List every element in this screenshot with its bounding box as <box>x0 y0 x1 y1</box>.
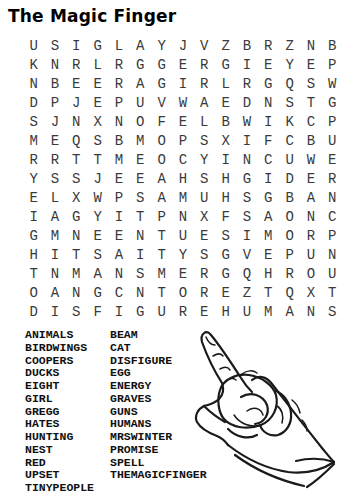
grid-cell[interactable]: W <box>236 112 257 131</box>
grid-cell[interactable]: S <box>194 169 215 188</box>
grid-cell[interactable]: F <box>258 131 279 150</box>
lower-sweep-line <box>235 455 304 486</box>
wrist-crease-line <box>296 459 334 462</box>
grid-cell[interactable]: S <box>66 303 87 322</box>
grid-cell[interactable]: E <box>300 169 321 188</box>
grid-cell[interactable]: B <box>300 131 321 150</box>
word-search-grid: USIGLAYJVZBRZNBKNRLRGGERGIEYEPNBEERAGIRL… <box>23 36 343 322</box>
middle-knuckle-outline <box>218 375 276 428</box>
grid-cell[interactable]: D <box>279 169 300 188</box>
grid-cell[interactable]: W <box>87 189 108 208</box>
grid-cell[interactable]: B <box>279 189 300 208</box>
grid-cell[interactable]: E <box>172 55 193 74</box>
grid-cell[interactable]: Y <box>151 36 172 55</box>
grid-cell[interactable]: H <box>23 246 44 265</box>
grid-cell[interactable]: N <box>44 55 65 74</box>
grid-cell[interactable]: T <box>258 284 279 303</box>
grid-cell[interactable]: O <box>130 112 151 131</box>
grid-cell[interactable]: I <box>236 55 257 74</box>
grid-cell[interactable]: I <box>130 246 151 265</box>
grid-cell[interactable]: E <box>87 227 108 246</box>
grid-cell[interactable]: I <box>172 74 193 93</box>
grid-cell[interactable]: L <box>87 55 108 74</box>
grid-cell[interactable]: E <box>194 303 215 322</box>
grid-cell[interactable]: E <box>194 227 215 246</box>
grid-cell[interactable]: F <box>215 208 236 227</box>
grid-cell[interactable]: E <box>172 112 193 131</box>
grid-cell[interactable]: N <box>322 246 343 265</box>
grid-cell[interactable]: A <box>151 189 172 208</box>
grid-cell[interactable]: E <box>172 265 193 284</box>
grid-cell[interactable]: M <box>151 265 172 284</box>
ring-knuckle-inner <box>277 406 283 423</box>
grid-cell[interactable]: R <box>258 36 279 55</box>
grid-cell[interactable]: T <box>322 284 343 303</box>
grid-cell[interactable]: R <box>108 55 129 74</box>
word-item: EIGHT <box>25 380 94 393</box>
grid-cell[interactable]: C <box>279 131 300 150</box>
grid-cell[interactable]: S <box>130 189 151 208</box>
grid-cell[interactable]: S <box>300 74 321 93</box>
grid-cell[interactable]: E <box>87 74 108 93</box>
grid-cell[interactable]: R <box>300 227 321 246</box>
word-list-column-2: BEAMCATDISFIGUREEGGENERGYGRAVESGUNSHUMAN… <box>110 329 207 482</box>
grid-cell[interactable]: C <box>172 150 193 169</box>
grid-cell[interactable]: E <box>108 227 129 246</box>
grid-cell[interactable]: J <box>44 112 65 131</box>
grid-cell[interactable]: S <box>130 265 151 284</box>
grid-cell[interactable]: R <box>194 284 215 303</box>
puzzle-title: The Magic Finger <box>8 6 176 26</box>
grid-cell[interactable]: C <box>108 284 129 303</box>
grid-cell[interactable]: D <box>23 303 44 322</box>
grid-cell[interactable]: K <box>23 55 44 74</box>
grid-cell[interactable]: I <box>44 303 65 322</box>
grid-cell[interactable]: J <box>172 36 193 55</box>
grid-cell[interactable]: F <box>87 303 108 322</box>
grid-cell[interactable]: I <box>236 131 257 150</box>
grid-cell[interactable]: N <box>23 74 44 93</box>
grid-cell[interactable]: W <box>322 74 343 93</box>
grid-cell[interactable]: G <box>322 93 343 112</box>
grid-cell[interactable]: V <box>151 93 172 112</box>
word-item: CAT <box>110 342 207 355</box>
grid-cell[interactable]: A <box>130 74 151 93</box>
grid-cell[interactable]: M <box>258 227 279 246</box>
wrist-hook-line <box>307 464 334 487</box>
word-item: GRAVES <box>110 393 207 406</box>
grid-cell[interactable]: R <box>44 150 65 169</box>
word-item: MRSWINTER <box>110 431 207 444</box>
grid-cell[interactable]: S <box>44 169 65 188</box>
grid-cell[interactable]: M <box>23 131 44 150</box>
grid-cell[interactable]: U <box>194 189 215 208</box>
grid-cell[interactable]: T <box>23 265 44 284</box>
grid-cell[interactable]: O <box>300 265 321 284</box>
grid-cell[interactable]: O <box>23 284 44 303</box>
grid-cell[interactable]: J <box>66 93 87 112</box>
grid-cell[interactable]: S <box>87 246 108 265</box>
grid-cell[interactable]: D <box>236 93 257 112</box>
grid-cell[interactable]: M <box>108 150 129 169</box>
grid-cell[interactable]: N <box>108 265 129 284</box>
grid-cell[interactable]: X <box>300 284 321 303</box>
grid-cell[interactable]: A <box>300 189 321 208</box>
grid-cell[interactable]: Q <box>279 74 300 93</box>
grid-cell[interactable]: T <box>66 246 87 265</box>
grid-cell[interactable]: I <box>44 246 65 265</box>
grid-cell[interactable]: G <box>215 55 236 74</box>
grid-cell[interactable]: X <box>66 189 87 208</box>
grid-cell[interactable]: T <box>151 227 172 246</box>
grid-cell[interactable]: S <box>322 303 343 322</box>
grid-cell[interactable]: E <box>130 169 151 188</box>
grid-cell[interactable]: E <box>23 189 44 208</box>
grid-cell[interactable]: T <box>66 150 87 169</box>
grid-cell[interactable]: N <box>66 227 87 246</box>
grid-cell[interactable]: Y <box>172 246 193 265</box>
grid-cell[interactable]: N <box>258 93 279 112</box>
grid-cell[interactable]: E <box>258 246 279 265</box>
grid-cell[interactable]: G <box>23 227 44 246</box>
grid-cell[interactable]: U <box>322 265 343 284</box>
grid-cell[interactable]: H <box>258 265 279 284</box>
grid-cell[interactable]: B <box>215 112 236 131</box>
grid-cell[interactable]: O <box>279 208 300 227</box>
grid-cell[interactable]: A <box>87 265 108 284</box>
grid-cell[interactable]: R <box>194 55 215 74</box>
grid-cell[interactable]: B <box>44 74 65 93</box>
grid-cell[interactable]: M <box>258 303 279 322</box>
grid-cell[interactable]: P <box>322 227 343 246</box>
grid-cell[interactable]: E <box>108 169 129 188</box>
grid-cell[interactable]: M <box>44 227 65 246</box>
finger-crease-1 <box>213 354 223 356</box>
grid-cell[interactable]: N <box>172 208 193 227</box>
grid-cell[interactable]: U <box>279 150 300 169</box>
grid-cell[interactable]: E <box>322 150 343 169</box>
grid-cell[interactable]: N <box>300 36 321 55</box>
grid-cell[interactable]: R <box>322 169 343 188</box>
grid-cell[interactable]: C <box>322 208 343 227</box>
word-item: HUNTING <box>25 431 94 444</box>
grid-cell[interactable]: B <box>236 36 257 55</box>
grid-cell[interactable]: Z <box>236 284 257 303</box>
grid-cell[interactable]: N <box>236 150 257 169</box>
grid-cell[interactable]: Z <box>215 36 236 55</box>
grid-cell[interactable]: O <box>172 284 193 303</box>
word-item: ENERGY <box>110 380 207 393</box>
grid-cell[interactable]: M <box>66 265 87 284</box>
grid-cell[interactable]: N <box>130 284 151 303</box>
grid-cell[interactable]: R <box>194 265 215 284</box>
grid-cell[interactable]: M <box>130 131 151 150</box>
grid-cell[interactable]: S <box>23 112 44 131</box>
grid-cell[interactable]: U <box>23 36 44 55</box>
grid-cell[interactable]: J <box>87 169 108 188</box>
word-item: ANIMALS <box>25 329 94 342</box>
grid-cell[interactable]: I <box>23 208 44 227</box>
grid-cell[interactable]: U <box>300 246 321 265</box>
grid-cell[interactable]: X <box>215 131 236 150</box>
grid-cell[interactable]: I <box>258 169 279 188</box>
grid-cell[interactable]: R <box>66 55 87 74</box>
grid-cell[interactable]: G <box>258 189 279 208</box>
word-item: THEMAGICFINGER <box>110 469 207 482</box>
grid-cell[interactable]: H <box>172 169 193 188</box>
word-item: GIRL <box>25 393 94 406</box>
grid-cell[interactable]: G <box>130 55 151 74</box>
grid-cell[interactable]: S <box>87 131 108 150</box>
web-shade-line <box>242 371 257 374</box>
grid-cell[interactable]: D <box>23 93 44 112</box>
finger-crease-2 <box>220 367 230 370</box>
grid-cell[interactable]: R <box>23 150 44 169</box>
grid-cell[interactable]: P <box>172 131 193 150</box>
grid-cell[interactable]: E <box>215 284 236 303</box>
grid-cell[interactable]: U <box>151 303 172 322</box>
grid-cell[interactable]: S <box>194 246 215 265</box>
grid-cell[interactable]: V <box>236 246 257 265</box>
grid-cell[interactable]: C <box>300 112 321 131</box>
worksheet-page: The Magic Finger USIGLAYJVZBRZNBKNRLRGGE… <box>0 0 354 500</box>
grid-cell[interactable]: L <box>194 112 215 131</box>
grid-cell[interactable]: H <box>215 303 236 322</box>
grid-cell[interactable]: P <box>279 246 300 265</box>
grid-cell[interactable]: X <box>87 112 108 131</box>
grid-cell[interactable]: P <box>322 112 343 131</box>
word-item: PROMISE <box>110 444 207 457</box>
grid-cell[interactable]: E <box>66 74 87 93</box>
grid-cell[interactable]: Q <box>236 265 257 284</box>
grid-cell[interactable]: X <box>194 208 215 227</box>
grid-cell[interactable]: V <box>194 36 215 55</box>
grid-cell[interactable]: S <box>236 189 257 208</box>
grid-cell[interactable]: Y <box>87 208 108 227</box>
grid-cell[interactable]: A <box>130 36 151 55</box>
grid-cell[interactable]: W <box>172 93 193 112</box>
grid-cell[interactable]: A <box>194 93 215 112</box>
grid-cell[interactable]: H <box>215 189 236 208</box>
grid-cell[interactable]: G <box>236 169 257 188</box>
grid-cell[interactable]: E <box>215 93 236 112</box>
grid-cell[interactable]: I <box>258 112 279 131</box>
grid-cell[interactable]: Q <box>66 131 87 150</box>
word-item: BIRDWINGS <box>25 342 94 355</box>
grid-cell[interactable]: B <box>322 36 343 55</box>
curled-finger-inner <box>247 408 263 415</box>
grid-cell[interactable]: S <box>194 131 215 150</box>
grid-cell[interactable]: U <box>236 303 257 322</box>
grid-cell[interactable]: O <box>151 150 172 169</box>
grid-cell[interactable]: S <box>279 93 300 112</box>
grid-cell[interactable]: I <box>215 150 236 169</box>
grid-cell[interactable]: N <box>322 189 343 208</box>
word-item: NEST <box>25 444 94 457</box>
grid-cell[interactable]: L <box>44 189 65 208</box>
grid-cell[interactable]: E <box>130 150 151 169</box>
grid-cell[interactable]: E <box>87 93 108 112</box>
grid-cell[interactable]: R <box>194 74 215 93</box>
grid-cell[interactable]: P <box>108 93 129 112</box>
grid-cell[interactable]: A <box>44 284 65 303</box>
grid-cell[interactable]: R <box>172 303 193 322</box>
grid-cell[interactable]: N <box>108 112 129 131</box>
grid-cell[interactable]: Z <box>279 36 300 55</box>
grid-cell[interactable]: I <box>108 208 129 227</box>
grid-cell[interactable]: L <box>215 74 236 93</box>
grid-cell[interactable]: K <box>279 112 300 131</box>
grid-cell[interactable]: A <box>108 246 129 265</box>
grid-cell[interactable]: R <box>236 74 257 93</box>
grid-cell[interactable]: I <box>236 227 257 246</box>
grid-cell[interactable]: Q <box>279 284 300 303</box>
grid-cell[interactable]: N <box>66 284 87 303</box>
grid-cell[interactable]: U <box>130 93 151 112</box>
grid-cell[interactable]: M <box>172 189 193 208</box>
grid-cell[interactable]: N <box>44 265 65 284</box>
grid-cell[interactable]: T <box>151 246 172 265</box>
grid-cell[interactable]: P <box>322 55 343 74</box>
grid-cell[interactable]: W <box>300 150 321 169</box>
curled-finger-spiral <box>241 394 268 424</box>
grid-cell[interactable]: N <box>130 227 151 246</box>
grid-cell[interactable]: L <box>108 36 129 55</box>
grid-cell[interactable]: G <box>215 246 236 265</box>
grid-cell[interactable]: T <box>151 284 172 303</box>
grid-cell[interactable]: U <box>172 227 193 246</box>
grid-cell[interactable]: C <box>258 150 279 169</box>
grid-cell[interactable]: G <box>87 36 108 55</box>
word-item: TINYPEOPLE <box>25 482 94 495</box>
grid-cell[interactable]: E <box>300 55 321 74</box>
grid-cell[interactable]: R <box>279 265 300 284</box>
grid-cell[interactable]: N <box>66 112 87 131</box>
word-list-column-1: ANIMALSBIRDWINGSCOOPERSDUCKSEIGHTGIRLGRE… <box>25 329 94 495</box>
grid-cell[interactable]: G <box>87 284 108 303</box>
grid-cell[interactable]: A <box>44 208 65 227</box>
grid-cell[interactable]: Y <box>279 55 300 74</box>
grid-cell[interactable]: G <box>258 74 279 93</box>
grid-cell[interactable]: A <box>258 208 279 227</box>
grid-cell[interactable]: B <box>108 131 129 150</box>
grid-cell[interactable]: S <box>44 36 65 55</box>
grid-cell[interactable]: T <box>87 150 108 169</box>
grid-cell[interactable]: A <box>151 169 172 188</box>
grid-cell[interactable]: E <box>44 131 65 150</box>
grid-cell[interactable]: Y <box>23 169 44 188</box>
grid-cell[interactable]: G <box>130 303 151 322</box>
grid-cell[interactable]: T <box>130 208 151 227</box>
grid-cell[interactable]: S <box>215 227 236 246</box>
grid-cell[interactable]: N <box>300 208 321 227</box>
grid-cell[interactable]: Y <box>194 150 215 169</box>
grid-cell[interactable]: I <box>108 303 129 322</box>
grid-cell[interactable]: F <box>151 112 172 131</box>
grid-cell[interactable]: A <box>279 303 300 322</box>
grid-cell[interactable]: G <box>151 55 172 74</box>
grid-cell[interactable]: O <box>151 131 172 150</box>
pinky-curl-line <box>228 429 257 437</box>
grid-cell[interactable]: G <box>66 208 87 227</box>
grid-cell[interactable]: E <box>258 55 279 74</box>
grid-cell[interactable]: G <box>151 74 172 93</box>
grid-cell[interactable]: T <box>300 93 321 112</box>
grid-cell[interactable]: H <box>215 169 236 188</box>
grid-cell[interactable]: P <box>108 189 129 208</box>
grid-cell[interactable]: I <box>66 36 87 55</box>
word-item: BEAM <box>110 329 207 342</box>
grid-cell[interactable]: S <box>236 208 257 227</box>
grid-cell[interactable]: O <box>279 227 300 246</box>
grid-cell[interactable]: P <box>44 93 65 112</box>
grid-cell[interactable]: R <box>108 74 129 93</box>
grid-cell[interactable]: G <box>215 265 236 284</box>
pointing-hand-illustration <box>194 328 354 500</box>
grid-cell[interactable]: S <box>66 169 87 188</box>
grid-cell[interactable]: U <box>322 131 343 150</box>
grid-cell[interactable]: N <box>300 303 321 322</box>
grid-cell[interactable]: P <box>151 208 172 227</box>
